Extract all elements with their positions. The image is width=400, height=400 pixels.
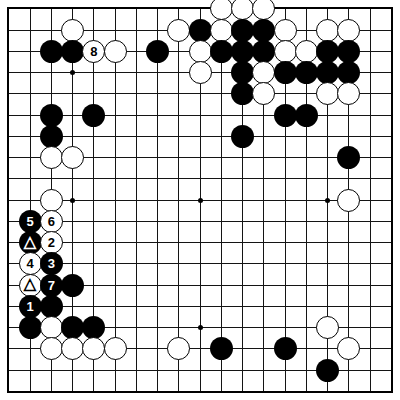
stone-black-M16 bbox=[231, 61, 254, 84]
stone-black-M17 bbox=[231, 40, 254, 63]
stone-black-K18 bbox=[189, 19, 212, 42]
move-number-label-B7: 4 bbox=[26, 257, 33, 270]
go-diagram: 856△243△71 bbox=[0, 0, 400, 400]
stone-black-L17 bbox=[210, 40, 233, 63]
move-number-label-B9: 5 bbox=[26, 214, 33, 227]
stone-white-O18 bbox=[274, 19, 297, 42]
star-point-D16 bbox=[70, 70, 75, 75]
stone-black-O16 bbox=[274, 61, 297, 84]
stone-black-P16 bbox=[295, 61, 318, 84]
stone-white-F17 bbox=[104, 40, 127, 63]
triangle-mark-icon-B8: △ bbox=[24, 233, 36, 249]
stone-black-Q2 bbox=[316, 359, 339, 382]
stone-white-B6: △ bbox=[19, 274, 42, 297]
stone-white-C8: 2 bbox=[40, 231, 63, 254]
stone-black-M18 bbox=[231, 19, 254, 42]
stone-black-H17 bbox=[146, 40, 169, 63]
stone-black-C6: 7 bbox=[40, 274, 63, 297]
triangle-mark-icon-B6: △ bbox=[24, 276, 36, 292]
stone-white-F3 bbox=[104, 337, 127, 360]
stone-white-C10 bbox=[40, 189, 63, 212]
stone-black-C7: 3 bbox=[40, 252, 63, 275]
stone-white-Q4 bbox=[316, 316, 339, 339]
stone-black-L3 bbox=[210, 337, 233, 360]
stone-white-P17 bbox=[295, 40, 318, 63]
move-number-label-B5: 1 bbox=[26, 299, 33, 312]
move-number-label-E17: 8 bbox=[90, 44, 97, 57]
star-point-Q10 bbox=[325, 198, 330, 203]
move-number-label-C7: 3 bbox=[48, 257, 55, 270]
stone-white-R10 bbox=[337, 189, 360, 212]
stone-black-P14 bbox=[295, 104, 318, 127]
stone-black-N17 bbox=[252, 40, 275, 63]
stone-black-C5 bbox=[40, 295, 63, 318]
stone-white-O17 bbox=[274, 40, 297, 63]
stone-black-O3 bbox=[274, 337, 297, 360]
stone-black-B5: 1 bbox=[19, 295, 42, 318]
stone-black-C14 bbox=[40, 104, 63, 127]
stone-black-B9: 5 bbox=[19, 210, 42, 233]
stone-black-D6 bbox=[61, 274, 84, 297]
stone-black-Q16 bbox=[316, 61, 339, 84]
stone-black-C17 bbox=[40, 40, 63, 63]
stone-black-E14 bbox=[82, 104, 105, 127]
stone-black-C13 bbox=[40, 125, 63, 148]
stone-black-D4 bbox=[61, 316, 84, 339]
star-point-K10 bbox=[198, 198, 203, 203]
stone-white-E17: 8 bbox=[82, 40, 105, 63]
stone-white-Q18 bbox=[316, 19, 339, 42]
star-point-D10 bbox=[70, 198, 75, 203]
move-number-label-C6: 7 bbox=[48, 278, 55, 291]
stone-black-D17 bbox=[61, 40, 84, 63]
stone-white-K16 bbox=[189, 61, 212, 84]
move-number-label-C9: 6 bbox=[48, 214, 55, 227]
move-number-label-C8: 2 bbox=[48, 236, 55, 249]
stone-white-C12 bbox=[40, 146, 63, 169]
stone-black-B8: △ bbox=[19, 231, 42, 254]
stone-white-L18 bbox=[210, 19, 233, 42]
stone-white-R18 bbox=[337, 19, 360, 42]
stone-white-K17 bbox=[189, 40, 212, 63]
stone-black-B4 bbox=[19, 316, 42, 339]
stone-black-O14 bbox=[274, 104, 297, 127]
stone-white-C9: 6 bbox=[40, 210, 63, 233]
stone-white-B7: 4 bbox=[19, 252, 42, 275]
stone-white-J18 bbox=[167, 19, 190, 42]
stone-white-D18 bbox=[61, 19, 84, 42]
stone-white-D12 bbox=[61, 146, 84, 169]
go-board: 856△243△71 bbox=[0, 0, 400, 400]
stone-white-C3 bbox=[40, 337, 63, 360]
stone-black-R17 bbox=[337, 40, 360, 63]
stone-white-C4 bbox=[40, 316, 63, 339]
stone-black-M13 bbox=[231, 125, 254, 148]
stone-black-N18 bbox=[252, 19, 275, 42]
star-point-K4 bbox=[198, 325, 203, 330]
stone-black-Q17 bbox=[316, 40, 339, 63]
